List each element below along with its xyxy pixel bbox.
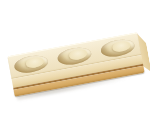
mancala-board bbox=[7, 32, 144, 96]
pit-1[interactable] bbox=[13, 53, 49, 75]
pit-3[interactable] bbox=[99, 37, 135, 59]
photo-canvas bbox=[0, 0, 150, 125]
pit-2[interactable] bbox=[56, 45, 92, 67]
